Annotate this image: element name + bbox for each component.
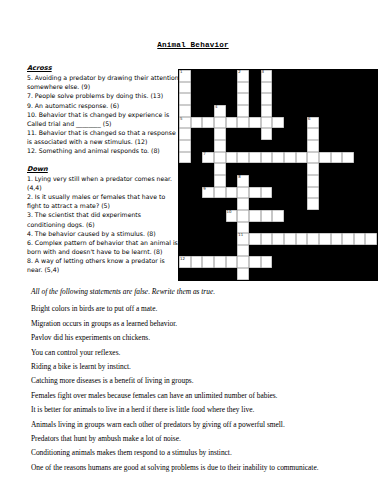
grid-block-cell — [319, 245, 331, 257]
grid-block-cell — [202, 175, 214, 187]
grid-block-cell — [307, 70, 319, 82]
grid-cell[interactable] — [237, 245, 249, 257]
grid-cell[interactable] — [307, 128, 319, 140]
grid-cell[interactable] — [191, 256, 203, 268]
statements-section: All of the following statements are fals… — [31, 288, 375, 478]
worksheet-page: Animal Behavior Across 5. Avoiding a pre… — [0, 0, 386, 500]
grid-block-cell — [354, 82, 366, 94]
grid-block-cell — [365, 117, 377, 129]
grid-block-cell — [214, 233, 226, 245]
grid-cell[interactable] — [249, 256, 261, 268]
grid-block-cell — [342, 256, 354, 268]
statement-line: It is better for animals to live in a he… — [31, 406, 375, 414]
grid-block-cell — [354, 93, 366, 105]
grid-block-cell — [319, 175, 331, 187]
grid-block-cell — [284, 245, 296, 257]
grid-cell[interactable] — [331, 152, 343, 164]
grid-block-cell — [307, 268, 319, 280]
grid-cell[interactable]: 8 — [237, 175, 249, 187]
grid-block-cell — [179, 187, 191, 199]
grid-block-cell — [202, 128, 214, 140]
grid-block-cell — [202, 93, 214, 105]
grid-block-cell — [191, 245, 203, 257]
grid-cell[interactable]: 10 — [226, 210, 238, 222]
grid-cell[interactable] — [237, 105, 249, 117]
grid-block-cell — [331, 117, 343, 129]
grid-block-cell — [284, 70, 296, 82]
grid-block-cell — [284, 93, 296, 105]
grid-block-cell — [331, 70, 343, 82]
grid-cell[interactable] — [272, 233, 284, 245]
grid-block-cell — [237, 140, 249, 152]
grid-cell[interactable] — [272, 152, 284, 164]
grid-block-cell — [191, 93, 203, 105]
grid-block-cell — [354, 105, 366, 117]
grid-block-cell — [365, 82, 377, 94]
grid-cell[interactable] — [179, 93, 191, 105]
grid-cell[interactable] — [237, 268, 249, 280]
grid-block-cell — [249, 128, 261, 140]
grid-cell[interactable] — [261, 82, 273, 94]
grid-block-cell — [296, 70, 308, 82]
grid-block-cell — [354, 210, 366, 222]
grid-block-cell — [331, 93, 343, 105]
grid-block-cell — [284, 256, 296, 268]
grid-block-cell — [307, 93, 319, 105]
grid-block-cell — [354, 152, 366, 164]
grid-block-cell — [249, 268, 261, 280]
grid-block-cell — [191, 268, 203, 280]
grid-cell[interactable]: 12 — [179, 256, 191, 268]
down-heading: Down — [27, 165, 181, 174]
grid-cell[interactable] — [261, 210, 273, 222]
grid-cell[interactable] — [261, 256, 273, 268]
grid-block-cell — [191, 210, 203, 222]
grid-block-cell — [214, 210, 226, 222]
grid-cell[interactable] — [214, 152, 226, 164]
grid-block-cell — [354, 128, 366, 140]
grid-cell[interactable]: 2 — [237, 70, 249, 82]
grid-block-cell — [202, 268, 214, 280]
grid-block-cell — [272, 245, 284, 257]
grid-block-cell — [226, 70, 238, 82]
clue-number: 1 — [180, 70, 182, 74]
grid-block-cell — [354, 256, 366, 268]
grid-cell[interactable] — [249, 187, 261, 199]
grid-cell[interactable] — [237, 198, 249, 210]
grid-block-cell — [272, 175, 284, 187]
grid-block-cell — [191, 163, 203, 175]
grid-cell[interactable] — [226, 152, 238, 164]
grid-block-cell — [272, 70, 284, 82]
grid-block-cell — [296, 175, 308, 187]
grid-block-cell — [296, 117, 308, 129]
grid-block-cell — [307, 105, 319, 117]
grid-cell[interactable] — [226, 117, 238, 129]
grid-block-cell — [354, 222, 366, 234]
grid-block-cell — [202, 70, 214, 82]
grid-block-cell — [226, 140, 238, 152]
grid-block-cell — [272, 268, 284, 280]
down-clue: 4. The behavior caused by a stimulus. (8… — [27, 229, 181, 238]
grid-block-cell — [365, 128, 377, 140]
grid-block-cell — [296, 245, 308, 257]
grid-block-cell — [319, 187, 331, 199]
grid-cell[interactable] — [226, 256, 238, 268]
grid-block-cell — [249, 140, 261, 152]
grid-cell[interactable] — [284, 152, 296, 164]
grid-cell[interactable] — [237, 256, 249, 268]
grid-cell[interactable] — [214, 128, 226, 140]
grid-block-cell — [296, 210, 308, 222]
grid-block-cell — [365, 152, 377, 164]
grid-block-cell — [319, 222, 331, 234]
grid-cell[interactable]: 3 — [261, 70, 273, 82]
grid-cell[interactable] — [272, 210, 284, 222]
grid-block-cell — [319, 117, 331, 129]
grid-block-cell — [296, 105, 308, 117]
grid-block-cell — [249, 222, 261, 234]
grid-cell[interactable] — [202, 117, 214, 129]
clue-number: 2 — [238, 70, 240, 74]
grid-block-cell — [342, 198, 354, 210]
grid-block-cell — [284, 163, 296, 175]
statement-line: Animals living in groups warn each other… — [31, 421, 375, 429]
across-clue: 11. Behavior that is changed so that a r… — [27, 128, 181, 146]
grid-block-cell — [331, 198, 343, 210]
grid-block-cell — [202, 140, 214, 152]
clue-number: 5 — [180, 117, 182, 121]
statement-line: One of the reasons humans are good at so… — [31, 464, 375, 472]
grid-cell[interactable] — [342, 152, 354, 164]
grid-block-cell — [202, 198, 214, 210]
grid-block-cell — [307, 222, 319, 234]
grid-block-cell — [179, 233, 191, 245]
grid-block-cell — [319, 256, 331, 268]
grid-block-cell — [249, 70, 261, 82]
grid-block-cell — [331, 175, 343, 187]
grid-block-cell — [249, 105, 261, 117]
across-clue: 12. Something and animal responds to. (8… — [27, 146, 181, 155]
grid-cell[interactable]: 5 — [179, 117, 191, 129]
statement-line: Riding a bike is learnt by instinct. — [31, 363, 375, 371]
grid-block-cell — [214, 245, 226, 257]
grid-block-cell — [331, 268, 343, 280]
clue-number: 12 — [180, 257, 185, 261]
grid-block-cell — [365, 268, 377, 280]
grid-block-cell — [331, 210, 343, 222]
grid-cell[interactable] — [296, 233, 308, 245]
grid-cell[interactable] — [179, 82, 191, 94]
grid-cell[interactable] — [307, 198, 319, 210]
grid-block-cell — [272, 128, 284, 140]
grid-cell[interactable] — [214, 140, 226, 152]
grid-block-cell — [226, 175, 238, 187]
grid-block-cell — [284, 198, 296, 210]
across-clue: 9. An automatic response. (6) — [27, 101, 181, 110]
grid-cell[interactable] — [331, 233, 343, 245]
grid-block-cell — [365, 198, 377, 210]
grid-cell[interactable] — [319, 233, 331, 245]
grid-block-cell — [342, 245, 354, 257]
down-clue: 3. The scientist that did experiments co… — [27, 210, 181, 228]
grid-cell[interactable] — [214, 163, 226, 175]
grid-block-cell — [296, 140, 308, 152]
grid-block-cell — [307, 256, 319, 268]
grid-block-cell — [296, 82, 308, 94]
clue-number: 6 — [308, 117, 310, 121]
grid-cell[interactable] — [249, 210, 261, 222]
grid-block-cell — [296, 163, 308, 175]
statement-line: Conditioning animals makes them respond … — [31, 449, 375, 457]
grid-block-cell — [261, 175, 273, 187]
grid-cell[interactable]: 4 — [214, 105, 226, 117]
grid-block-cell — [191, 70, 203, 82]
grid-block-cell — [319, 163, 331, 175]
grid-cell[interactable] — [261, 117, 273, 129]
grid-block-cell — [272, 82, 284, 94]
grid-block-cell — [319, 140, 331, 152]
grid-block-cell — [342, 128, 354, 140]
grid-block-cell — [179, 163, 191, 175]
grid-block-cell — [365, 245, 377, 257]
grid-block-cell — [284, 128, 296, 140]
grid-block-cell — [272, 187, 284, 199]
grid-cell[interactable] — [307, 187, 319, 199]
grid-block-cell — [307, 210, 319, 222]
grid-block-cell — [191, 128, 203, 140]
grid-block-cell — [365, 70, 377, 82]
grid-block-cell — [342, 117, 354, 129]
grid-cell[interactable] — [179, 128, 191, 140]
grid-cell[interactable] — [342, 233, 354, 245]
grid-cell[interactable] — [237, 82, 249, 94]
grid-block-cell — [226, 82, 238, 94]
grid-block-cell — [214, 198, 226, 210]
grid-cell[interactable] — [319, 152, 331, 164]
grid-cell[interactable] — [307, 233, 319, 245]
grid-cell[interactable] — [191, 117, 203, 129]
grid-cell[interactable] — [237, 93, 249, 105]
down-clue: 6. Complex pattern of behavior that an a… — [27, 238, 181, 256]
grid-cell[interactable] — [284, 233, 296, 245]
statement-line: You can control your reflexes. — [31, 349, 375, 357]
grid-block-cell — [307, 245, 319, 257]
grid-block-cell — [272, 105, 284, 117]
grid-block-cell — [272, 198, 284, 210]
grid-block-cell — [354, 140, 366, 152]
grid-block-cell — [261, 268, 273, 280]
grid-block-cell — [342, 163, 354, 175]
grid-cell[interactable] — [296, 152, 308, 164]
across-heading: Across — [27, 64, 181, 73]
grid-block-cell — [319, 70, 331, 82]
grid-block-cell — [261, 245, 273, 257]
grid-block-cell — [365, 175, 377, 187]
grid-block-cell — [342, 140, 354, 152]
clue-number: 8 — [238, 175, 240, 179]
grid-block-cell — [226, 245, 238, 257]
grid-cell[interactable] — [237, 117, 249, 129]
grid-block-cell — [226, 105, 238, 117]
crossword-grid: 123456789101112 — [178, 69, 378, 281]
grid-block-cell — [261, 198, 273, 210]
grid-block-cell — [226, 128, 238, 140]
grid-block-cell — [319, 105, 331, 117]
grid-block-cell — [354, 163, 366, 175]
grid-cell[interactable] — [307, 140, 319, 152]
grid-cell[interactable] — [179, 140, 191, 152]
grid-block-cell — [237, 128, 249, 140]
grid-cell[interactable] — [214, 187, 226, 199]
grid-cell[interactable] — [214, 117, 226, 129]
grid-cell[interactable] — [261, 233, 273, 245]
grid-block-cell — [342, 268, 354, 280]
grid-block-cell — [365, 256, 377, 268]
grid-cell[interactable]: 1 — [179, 70, 191, 82]
grid-cell[interactable] — [249, 117, 261, 129]
statement-line: Catching more diseases is a benefit of l… — [31, 377, 375, 385]
grid-cell[interactable] — [214, 175, 226, 187]
grid-block-cell — [342, 175, 354, 187]
grid-block-cell — [296, 198, 308, 210]
grid-cell[interactable] — [307, 163, 319, 175]
grid-block-cell — [191, 233, 203, 245]
grid-block-cell — [191, 105, 203, 117]
grid-cell[interactable]: 6 — [307, 117, 319, 129]
statements-intro: All of the following statements are fals… — [31, 288, 375, 296]
grid-block-cell — [331, 222, 343, 234]
down-clue: 2. Is it usually males or females that h… — [27, 192, 181, 210]
grid-block-cell — [214, 82, 226, 94]
grid-cell[interactable]: 9 — [202, 187, 214, 199]
grid-block-cell — [179, 245, 191, 257]
grid-cell[interactable] — [214, 256, 226, 268]
across-clue: 10. Behavior that is changed by experien… — [27, 110, 181, 128]
grid-block-cell — [226, 233, 238, 245]
grid-block-cell — [296, 128, 308, 140]
grid-block-cell — [191, 82, 203, 94]
grid-block-cell — [284, 187, 296, 199]
across-clue: 7. People solve problems by doing this. … — [27, 91, 181, 100]
grid-block-cell — [354, 268, 366, 280]
clue-number: 7 — [203, 152, 205, 156]
grid-block-cell — [284, 222, 296, 234]
grid-block-cell — [365, 93, 377, 105]
grid-cell[interactable] — [237, 152, 249, 164]
grid-block-cell — [331, 128, 343, 140]
across-clues-section: Across 5. Avoiding a predator by drawing… — [27, 64, 181, 156]
grid-block-cell — [354, 70, 366, 82]
grid-cell[interactable]: 11 — [237, 233, 249, 245]
grid-block-cell — [179, 210, 191, 222]
down-clue-list: 1. Lying very still when a predator come… — [27, 174, 181, 275]
grid-block-cell — [331, 256, 343, 268]
grid-cell[interactable] — [237, 187, 249, 199]
grid-cell[interactable] — [261, 105, 273, 117]
grid-block-cell — [261, 163, 273, 175]
grid-block-cell — [202, 105, 214, 117]
grid-cell[interactable] — [365, 233, 377, 245]
grid-cell[interactable] — [307, 152, 319, 164]
grid-cell[interactable] — [179, 152, 191, 164]
statement-line: Pavlov did his experiments on chickens. — [31, 334, 375, 342]
grid-block-cell — [365, 222, 377, 234]
grid-cell[interactable] — [237, 210, 249, 222]
statement-line: Females fight over males because females… — [31, 392, 375, 400]
grid-block-cell — [272, 93, 284, 105]
grid-block-cell — [214, 222, 226, 234]
grid-block-cell — [319, 268, 331, 280]
grid-cell[interactable] — [261, 93, 273, 105]
grid-block-cell — [261, 140, 273, 152]
down-clue: 8. A way of letting others know a predat… — [27, 256, 181, 274]
grid-block-cell — [272, 163, 284, 175]
clue-columns: Across 5. Avoiding a predator by drawing… — [27, 64, 181, 274]
clue-number: 9 — [203, 187, 205, 191]
grid-block-cell — [191, 140, 203, 152]
grid-block-cell — [249, 198, 261, 210]
grid-block-cell — [284, 82, 296, 94]
grid-block-cell — [319, 82, 331, 94]
statement-line: Predators that hunt by ambush make a lot… — [31, 435, 375, 443]
grid-cell[interactable] — [249, 152, 261, 164]
grid-cell[interactable]: 7 — [202, 152, 214, 164]
statement-line: Bright colors in birds are to put off a … — [31, 305, 375, 313]
grid-block-cell — [354, 187, 366, 199]
grid-cell[interactable] — [261, 128, 273, 140]
grid-block-cell — [284, 210, 296, 222]
grid-block-cell — [202, 222, 214, 234]
grid-block-cell — [226, 268, 238, 280]
grid-block-cell — [249, 82, 261, 94]
grid-block-cell — [261, 222, 273, 234]
grid-block-cell — [319, 128, 331, 140]
grid-block-cell — [202, 245, 214, 257]
grid-block-cell — [226, 93, 238, 105]
grid-block-cell — [319, 198, 331, 210]
grid-block-cell — [354, 245, 366, 257]
grid-block-cell — [342, 187, 354, 199]
grid-cell[interactable] — [261, 187, 273, 199]
grid-cell[interactable] — [179, 105, 191, 117]
grid-block-cell — [331, 140, 343, 152]
grid-block-cell — [331, 163, 343, 175]
grid-block-cell — [214, 268, 226, 280]
grid-block-cell — [202, 82, 214, 94]
down-clue: 1. Lying very still when a predator come… — [27, 174, 181, 192]
grid-cell[interactable] — [202, 256, 214, 268]
grid-block-cell — [319, 210, 331, 222]
statement-line: Migration occurs in groups as a learned … — [31, 320, 375, 328]
grid-block-cell — [342, 70, 354, 82]
grid-cell[interactable] — [249, 233, 261, 245]
grid-cell[interactable] — [354, 233, 366, 245]
grid-block-cell — [284, 105, 296, 117]
page-title: Animal Behavior — [0, 41, 386, 49]
grid-cell[interactable] — [307, 175, 319, 187]
grid-block-cell — [296, 256, 308, 268]
grid-block-cell — [354, 198, 366, 210]
grid-block-cell — [365, 105, 377, 117]
grid-block-cell — [342, 222, 354, 234]
across-clue: 5. Avoiding a predator by drawing their … — [27, 73, 181, 91]
grid-cell[interactable] — [272, 117, 284, 129]
grid-cell[interactable] — [226, 187, 238, 199]
grid-block-cell — [342, 82, 354, 94]
grid-block-cell — [331, 187, 343, 199]
grid-cell[interactable] — [261, 152, 273, 164]
